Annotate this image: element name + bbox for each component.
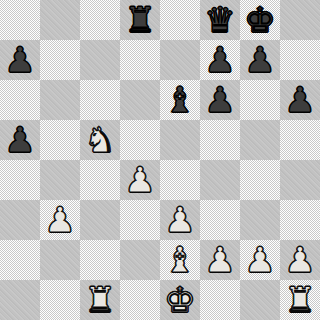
square-d4[interactable]: ♟ — [120, 160, 160, 200]
square-b4[interactable] — [40, 160, 80, 200]
square-a4[interactable] — [0, 160, 40, 200]
square-e1[interactable]: ♚ — [160, 280, 200, 320]
square-h2[interactable]: ♟ — [280, 240, 320, 280]
white-pawn-piece[interactable]: ♟ — [160, 200, 200, 240]
square-e4[interactable] — [160, 160, 200, 200]
black-rook-piece[interactable]: ♜ — [120, 0, 160, 40]
white-pawn-piece[interactable]: ♟ — [240, 240, 280, 280]
black-pawn-piece[interactable]: ♟ — [280, 80, 320, 120]
square-g6[interactable] — [240, 80, 280, 120]
square-h6[interactable]: ♟ — [280, 80, 320, 120]
square-b3[interactable]: ♟ — [40, 200, 80, 240]
square-g1[interactable] — [240, 280, 280, 320]
square-c6[interactable] — [80, 80, 120, 120]
square-h4[interactable] — [280, 160, 320, 200]
square-a6[interactable] — [0, 80, 40, 120]
square-b5[interactable] — [40, 120, 80, 160]
square-f2[interactable]: ♟ — [200, 240, 240, 280]
black-pawn-piece[interactable]: ♟ — [240, 40, 280, 80]
square-b7[interactable] — [40, 40, 80, 80]
square-h5[interactable] — [280, 120, 320, 160]
square-c2[interactable] — [80, 240, 120, 280]
white-pawn-piece[interactable]: ♟ — [200, 240, 240, 280]
black-pawn-piece[interactable]: ♟ — [0, 120, 40, 160]
chess-board: ♜♛♚♟♟♟♝♟♟♟♞♟♟♟♝♟♟♟♜♚♜ — [0, 0, 320, 320]
square-d5[interactable] — [120, 120, 160, 160]
square-a7[interactable]: ♟ — [0, 40, 40, 80]
square-e8[interactable] — [160, 0, 200, 40]
square-c3[interactable] — [80, 200, 120, 240]
square-h7[interactable] — [280, 40, 320, 80]
square-g3[interactable] — [240, 200, 280, 240]
black-queen-piece[interactable]: ♛ — [200, 0, 240, 40]
square-c8[interactable] — [80, 0, 120, 40]
square-g2[interactable]: ♟ — [240, 240, 280, 280]
square-e2[interactable]: ♝ — [160, 240, 200, 280]
square-f7[interactable]: ♟ — [200, 40, 240, 80]
black-pawn-piece[interactable]: ♟ — [0, 40, 40, 80]
square-a3[interactable] — [0, 200, 40, 240]
white-bishop-piece[interactable]: ♝ — [160, 240, 200, 280]
square-a8[interactable] — [0, 0, 40, 40]
white-knight-piece[interactable]: ♞ — [80, 120, 120, 160]
square-f1[interactable] — [200, 280, 240, 320]
square-d2[interactable] — [120, 240, 160, 280]
square-a5[interactable]: ♟ — [0, 120, 40, 160]
white-pawn-piece[interactable]: ♟ — [120, 160, 160, 200]
square-d8[interactable]: ♜ — [120, 0, 160, 40]
square-g4[interactable] — [240, 160, 280, 200]
black-pawn-piece[interactable]: ♟ — [200, 80, 240, 120]
square-e6[interactable]: ♝ — [160, 80, 200, 120]
square-c1[interactable]: ♜ — [80, 280, 120, 320]
square-b8[interactable] — [40, 0, 80, 40]
square-g8[interactable]: ♚ — [240, 0, 280, 40]
square-h1[interactable]: ♜ — [280, 280, 320, 320]
white-rook-piece[interactable]: ♜ — [280, 280, 320, 320]
square-c5[interactable]: ♞ — [80, 120, 120, 160]
square-b2[interactable] — [40, 240, 80, 280]
square-f8[interactable]: ♛ — [200, 0, 240, 40]
square-e5[interactable] — [160, 120, 200, 160]
square-h8[interactable] — [280, 0, 320, 40]
square-e3[interactable]: ♟ — [160, 200, 200, 240]
square-b6[interactable] — [40, 80, 80, 120]
square-h3[interactable] — [280, 200, 320, 240]
square-c7[interactable] — [80, 40, 120, 80]
square-f3[interactable] — [200, 200, 240, 240]
white-pawn-piece[interactable]: ♟ — [40, 200, 80, 240]
white-king-piece[interactable]: ♚ — [160, 280, 200, 320]
white-rook-piece[interactable]: ♜ — [80, 280, 120, 320]
square-d7[interactable] — [120, 40, 160, 80]
square-f4[interactable] — [200, 160, 240, 200]
square-g5[interactable] — [240, 120, 280, 160]
square-a1[interactable] — [0, 280, 40, 320]
square-d6[interactable] — [120, 80, 160, 120]
square-f6[interactable]: ♟ — [200, 80, 240, 120]
white-pawn-piece[interactable]: ♟ — [280, 240, 320, 280]
square-c4[interactable] — [80, 160, 120, 200]
square-d1[interactable] — [120, 280, 160, 320]
black-bishop-piece[interactable]: ♝ — [160, 80, 200, 120]
square-e7[interactable] — [160, 40, 200, 80]
black-pawn-piece[interactable]: ♟ — [200, 40, 240, 80]
square-d3[interactable] — [120, 200, 160, 240]
black-king-piece[interactable]: ♚ — [240, 0, 280, 40]
square-g7[interactable]: ♟ — [240, 40, 280, 80]
square-a2[interactable] — [0, 240, 40, 280]
square-b1[interactable] — [40, 280, 80, 320]
square-f5[interactable] — [200, 120, 240, 160]
